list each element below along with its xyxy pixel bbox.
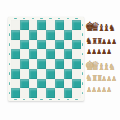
- piece-row-dark-2: ♞♜♜♟♟♟: [87, 35, 119, 46]
- square-g2: [64, 79, 73, 89]
- square-a3: [11, 69, 20, 79]
- square-e8: [46, 20, 55, 30]
- square-f4: [55, 59, 64, 69]
- dark-knight: ♞: [109, 24, 115, 33]
- light-pawn-glyph: ♟: [112, 76, 117, 83]
- rank-label-right-4: [82, 63, 84, 65]
- square-c3: [29, 69, 38, 79]
- file-label-bottom-b: [23, 99, 25, 101]
- square-g5: [64, 49, 73, 59]
- square-f2: [55, 79, 64, 89]
- square-e4: [46, 59, 55, 69]
- square-f8: [55, 20, 64, 30]
- file-label-bottom-f: [58, 99, 60, 101]
- square-g6: [64, 40, 73, 50]
- square-b8: [20, 20, 29, 30]
- light-pawn: ♟: [107, 87, 112, 94]
- square-g8: [64, 20, 73, 30]
- rank-label-left-8: [9, 24, 11, 26]
- square-f3: [55, 69, 64, 79]
- square-d1: [37, 88, 46, 98]
- square-d4: [37, 59, 46, 69]
- square-a5: [11, 49, 20, 59]
- square-d8: [37, 20, 46, 30]
- rank-label-left-1: [9, 92, 11, 94]
- square-h3: [72, 69, 81, 79]
- rank-label-left-2: [9, 82, 11, 84]
- square-a4: [11, 59, 20, 69]
- rank-label-left-5: [9, 53, 11, 55]
- piece-row-light-1: ♚♛♝♝♞: [87, 59, 119, 72]
- square-e1: [46, 88, 55, 98]
- file-label-bottom-h: [75, 99, 77, 101]
- square-c4: [29, 59, 38, 69]
- square-d5: [37, 49, 46, 59]
- square-d6: [37, 40, 46, 50]
- square-f7: [55, 30, 64, 40]
- file-label-bottom-g: [67, 99, 69, 101]
- square-c7: [29, 30, 38, 40]
- square-h5: [72, 49, 81, 59]
- square-c5: [29, 49, 38, 59]
- square-a6: [11, 40, 20, 50]
- chess-board: [8, 17, 84, 101]
- square-b5: [20, 49, 29, 59]
- square-d7: [37, 30, 46, 40]
- file-label-bottom-e: [49, 99, 51, 101]
- piece-row-light-3: ♟♟♟♟♟: [87, 85, 119, 94]
- square-h2: [72, 79, 81, 89]
- file-label-bottom-d: [40, 99, 42, 101]
- square-d2: [37, 79, 46, 89]
- square-g7: [64, 30, 73, 40]
- square-h1: [72, 88, 81, 98]
- square-b7: [20, 30, 29, 40]
- square-c6: [29, 40, 38, 50]
- light-knight-glyph: ♞: [109, 63, 116, 72]
- square-a1: [11, 88, 20, 98]
- square-e5: [46, 49, 55, 59]
- light-pawn: ♟: [112, 76, 117, 83]
- square-b2: [20, 79, 29, 89]
- square-c2: [29, 79, 38, 89]
- square-a8: [11, 20, 20, 30]
- square-f6: [55, 40, 64, 50]
- piece-row-dark-3: ♟♟♟♟♟: [87, 48, 119, 56]
- piece-row-light-2: ♞♜♜♟♟♟: [87, 73, 119, 83]
- rank-label-right-1: [82, 92, 84, 94]
- square-c8: [29, 20, 38, 30]
- dark-pawn-glyph: ♟: [112, 39, 117, 46]
- rank-label-left-3: [9, 72, 11, 74]
- square-a7: [11, 30, 20, 40]
- square-b4: [20, 59, 29, 69]
- square-g3: [64, 69, 73, 79]
- dark-pawn: ♟: [107, 49, 112, 56]
- square-e7: [46, 30, 55, 40]
- dark-pawn-glyph: ♟: [107, 49, 112, 56]
- board-grid: [11, 20, 81, 98]
- square-h8: [72, 20, 81, 30]
- dark-knight-glyph: ♞: [109, 24, 116, 33]
- square-f1: [55, 88, 64, 98]
- square-a2: [11, 79, 20, 89]
- rank-label-right-2: [82, 82, 84, 84]
- square-f5: [55, 49, 64, 59]
- square-c1: [29, 88, 38, 98]
- rank-label-left-7: [9, 33, 11, 35]
- square-b3: [20, 69, 29, 79]
- square-h6: [72, 40, 81, 50]
- square-e2: [46, 79, 55, 89]
- rank-label-right-3: [82, 72, 84, 74]
- square-e3: [46, 69, 55, 79]
- square-h4: [72, 59, 81, 69]
- product-photo-chess-set: ♚♛♝♝♞♞♜♜♟♟♟♟♟♟♟♟♚♛♝♝♞♞♜♜♟♟♟♟♟♟♟♟: [0, 0, 120, 120]
- rank-label-right-7: [82, 33, 84, 35]
- light-pawn-glyph: ♟: [107, 87, 112, 94]
- piece-tray: ♚♛♝♝♞♞♜♜♟♟♟♟♟♟♟♟♚♛♝♝♞♞♜♜♟♟♟♟♟♟♟♟: [87, 20, 119, 94]
- square-h7: [72, 30, 81, 40]
- square-b6: [20, 40, 29, 50]
- rank-label-left-6: [9, 43, 11, 45]
- light-knight: ♞: [109, 63, 115, 72]
- square-g4: [64, 59, 73, 69]
- rank-label-right-5: [82, 53, 84, 55]
- square-b1: [20, 88, 29, 98]
- file-label-bottom-c: [32, 99, 34, 101]
- piece-row-dark-1: ♚♛♝♝♞: [87, 20, 119, 33]
- square-e6: [46, 40, 55, 50]
- square-d3: [37, 69, 46, 79]
- rank-label-right-6: [82, 43, 84, 45]
- square-g1: [64, 88, 73, 98]
- rank-label-right-8: [82, 24, 84, 26]
- dark-pawn: ♟: [112, 39, 117, 46]
- file-label-bottom-a: [14, 99, 16, 101]
- rank-label-left-4: [9, 63, 11, 65]
